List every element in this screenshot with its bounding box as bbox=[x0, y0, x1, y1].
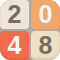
tile-8: 8 bbox=[31, 31, 60, 60]
tile-2: 2 bbox=[0, 0, 29, 29]
tile-4: 4 bbox=[0, 31, 29, 60]
tile-0: 0 bbox=[31, 0, 60, 29]
game-2048-app-icon[interactable]: 2 0 4 8 bbox=[0, 0, 60, 60]
